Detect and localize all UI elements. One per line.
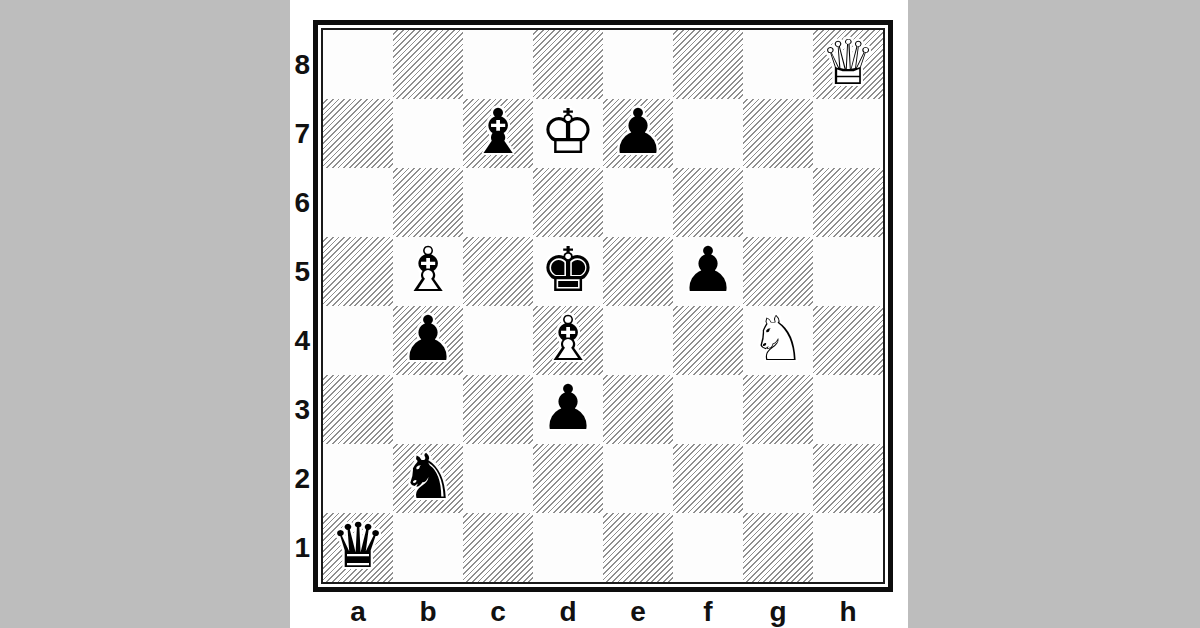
- square-d2: [533, 444, 603, 513]
- white-bishop: ♝♗: [393, 237, 463, 306]
- file-label-g: g: [743, 596, 813, 628]
- chess-board: ♛♕♝♝♚♔♟♟♝♗♚♚♟♟♟♟♝♗♞♘♟♟♞♞♛♛: [313, 20, 893, 592]
- diagram-panel: 87654321 ♛♕♝♝♚♔♟♟♝♗♚♚♟♟♟♟♝♗♞♘♟♟♞♞♛♛ abcd…: [290, 0, 908, 628]
- square-d6: [533, 168, 603, 237]
- black-queen: ♛♛: [323, 513, 393, 582]
- piece-glyph: ♗: [533, 306, 603, 375]
- square-f6: [673, 168, 743, 237]
- square-h1: [813, 513, 883, 582]
- square-e3: [603, 375, 673, 444]
- square-c8: [463, 30, 533, 99]
- black-knight: ♞♞: [393, 444, 463, 513]
- piece-glyph: ♟: [533, 375, 603, 444]
- square-c6: [463, 168, 533, 237]
- black-pawn: ♟♟: [393, 306, 463, 375]
- square-e2: [603, 444, 673, 513]
- square-a8: [323, 30, 393, 99]
- square-e6: [603, 168, 673, 237]
- square-d7: ♚♔: [533, 99, 603, 168]
- square-a4: [323, 306, 393, 375]
- square-h3: [813, 375, 883, 444]
- piece-glyph: ♚: [533, 237, 603, 306]
- rank-label-2: 2: [290, 444, 310, 513]
- rank-labels: 87654321: [290, 30, 310, 582]
- piece-glyph: ♞: [393, 444, 463, 513]
- square-b1: [393, 513, 463, 582]
- square-g8: [743, 30, 813, 99]
- file-label-c: c: [463, 596, 533, 628]
- square-h4: [813, 306, 883, 375]
- rank-label-6: 6: [290, 168, 310, 237]
- square-g7: [743, 99, 813, 168]
- square-f4: [673, 306, 743, 375]
- rank-label-4: 4: [290, 306, 310, 375]
- square-a3: [323, 375, 393, 444]
- board-grid: ♛♕♝♝♚♔♟♟♝♗♚♚♟♟♟♟♝♗♞♘♟♟♞♞♛♛: [323, 30, 883, 582]
- piece-glyph: ♟: [603, 99, 673, 168]
- chess-board-inner-border: ♛♕♝♝♚♔♟♟♝♗♚♚♟♟♟♟♝♗♞♘♟♟♞♞♛♛: [321, 28, 885, 584]
- square-b3: [393, 375, 463, 444]
- square-f1: [673, 513, 743, 582]
- square-h7: [813, 99, 883, 168]
- square-b4: ♟♟: [393, 306, 463, 375]
- square-c7: ♝♝: [463, 99, 533, 168]
- square-g5: [743, 237, 813, 306]
- square-h6: [813, 168, 883, 237]
- square-b2: ♞♞: [393, 444, 463, 513]
- black-pawn: ♟♟: [533, 375, 603, 444]
- square-g4: ♞♘: [743, 306, 813, 375]
- file-labels: abcdefgh: [323, 596, 883, 628]
- square-b5: ♝♗: [393, 237, 463, 306]
- square-c3: [463, 375, 533, 444]
- square-c5: [463, 237, 533, 306]
- square-g6: [743, 168, 813, 237]
- square-d3: ♟♟: [533, 375, 603, 444]
- file-label-h: h: [813, 596, 883, 628]
- square-d4: ♝♗: [533, 306, 603, 375]
- file-label-b: b: [393, 596, 463, 628]
- piece-glyph: ♝: [463, 99, 533, 168]
- square-e7: ♟♟: [603, 99, 673, 168]
- square-h2: [813, 444, 883, 513]
- piece-glyph: ♛: [323, 513, 393, 582]
- piece-glyph: ♘: [743, 306, 813, 375]
- piece-glyph: ♕: [813, 30, 883, 99]
- file-label-f: f: [673, 596, 743, 628]
- piece-glyph: ♔: [533, 99, 603, 168]
- rank-label-1: 1: [290, 513, 310, 582]
- file-label-e: e: [603, 596, 673, 628]
- rank-label-7: 7: [290, 99, 310, 168]
- square-c2: [463, 444, 533, 513]
- rank-label-5: 5: [290, 237, 310, 306]
- white-king: ♚♔: [533, 99, 603, 168]
- square-f7: [673, 99, 743, 168]
- square-d5: ♚♚: [533, 237, 603, 306]
- page-background: 87654321 ♛♕♝♝♚♔♟♟♝♗♚♚♟♟♟♟♝♗♞♘♟♟♞♞♛♛ abcd…: [0, 0, 1200, 628]
- piece-glyph: ♟: [673, 237, 743, 306]
- square-b6: [393, 168, 463, 237]
- black-king: ♚♚: [533, 237, 603, 306]
- square-g1: [743, 513, 813, 582]
- square-h5: [813, 237, 883, 306]
- square-e1: [603, 513, 673, 582]
- square-a5: [323, 237, 393, 306]
- rank-label-3: 3: [290, 375, 310, 444]
- square-b7: [393, 99, 463, 168]
- square-c1: [463, 513, 533, 582]
- file-label-a: a: [323, 596, 393, 628]
- white-knight: ♞♘: [743, 306, 813, 375]
- square-f8: [673, 30, 743, 99]
- piece-glyph: ♟: [393, 306, 463, 375]
- square-c4: [463, 306, 533, 375]
- black-pawn: ♟♟: [603, 99, 673, 168]
- square-f3: [673, 375, 743, 444]
- file-label-d: d: [533, 596, 603, 628]
- black-pawn: ♟♟: [673, 237, 743, 306]
- square-e5: [603, 237, 673, 306]
- square-b8: [393, 30, 463, 99]
- square-g2: [743, 444, 813, 513]
- square-f5: ♟♟: [673, 237, 743, 306]
- square-e8: [603, 30, 673, 99]
- piece-glyph: ♗: [393, 237, 463, 306]
- square-a2: [323, 444, 393, 513]
- white-bishop: ♝♗: [533, 306, 603, 375]
- square-g3: [743, 375, 813, 444]
- square-d8: [533, 30, 603, 99]
- black-bishop: ♝♝: [463, 99, 533, 168]
- square-h8: ♛♕: [813, 30, 883, 99]
- square-f2: [673, 444, 743, 513]
- square-a1: ♛♛: [323, 513, 393, 582]
- white-queen: ♛♕: [813, 30, 883, 99]
- square-d1: [533, 513, 603, 582]
- square-a7: [323, 99, 393, 168]
- square-a6: [323, 168, 393, 237]
- rank-label-8: 8: [290, 30, 310, 99]
- square-e4: [603, 306, 673, 375]
